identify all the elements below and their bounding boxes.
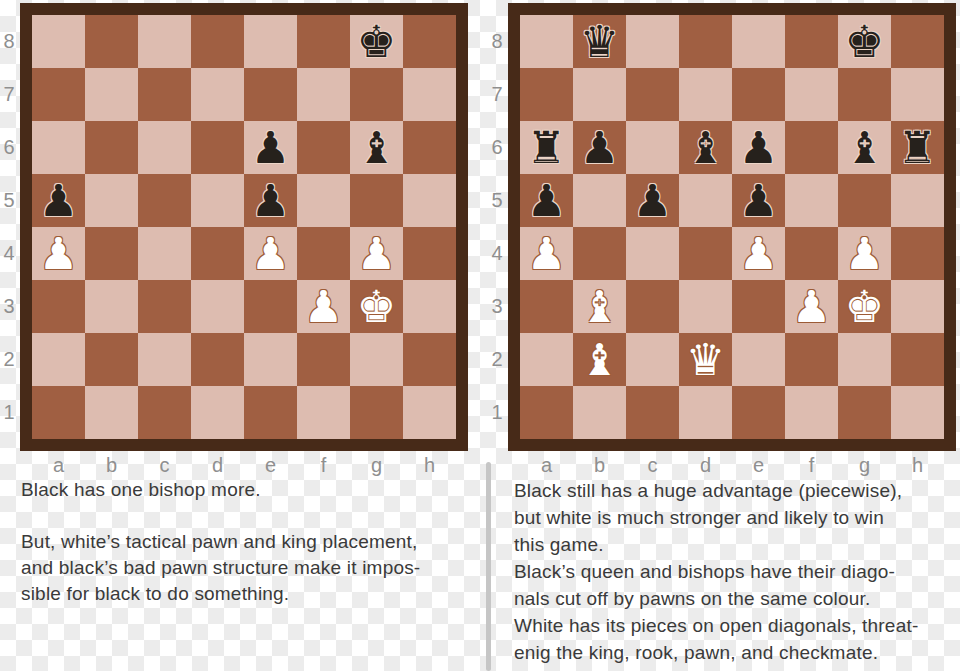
square-g8[interactable]: ♚ bbox=[838, 15, 891, 68]
square-f5[interactable] bbox=[785, 174, 838, 227]
square-c1[interactable] bbox=[626, 386, 679, 439]
square-c4[interactable] bbox=[626, 227, 679, 280]
square-g6[interactable]: ♝ bbox=[350, 121, 403, 174]
square-h4[interactable] bbox=[403, 227, 456, 280]
square-a3[interactable] bbox=[32, 280, 85, 333]
rank-label-7: 7 bbox=[488, 68, 506, 121]
square-c2[interactable] bbox=[138, 333, 191, 386]
left-caption: Black has one bishop more. But, white’s … bbox=[21, 477, 420, 607]
square-d8[interactable] bbox=[191, 15, 244, 68]
white-king-g3[interactable]: ♚ bbox=[357, 280, 396, 333]
square-h8[interactable] bbox=[403, 15, 456, 68]
square-b6[interactable]: ♟ bbox=[573, 121, 626, 174]
black-pawn-e6[interactable]: ♟ bbox=[251, 121, 290, 174]
square-g1[interactable] bbox=[350, 386, 403, 439]
white-king-g3[interactable]: ♚ bbox=[845, 280, 884, 333]
file-label-f: f bbox=[297, 454, 350, 476]
black-bishop-d6[interactable]: ♝ bbox=[686, 121, 725, 174]
square-h7[interactable] bbox=[891, 68, 944, 121]
square-e8[interactable] bbox=[732, 15, 785, 68]
square-e6[interactable]: ♟ bbox=[244, 121, 297, 174]
square-a1[interactable] bbox=[520, 386, 573, 439]
square-b7[interactable] bbox=[573, 68, 626, 121]
square-b4[interactable] bbox=[573, 227, 626, 280]
square-b4[interactable] bbox=[85, 227, 138, 280]
square-c7[interactable] bbox=[138, 68, 191, 121]
rank-label-4: 4 bbox=[0, 227, 18, 280]
square-d3[interactable] bbox=[679, 280, 732, 333]
file-labels-left: abcdefgh bbox=[32, 454, 456, 476]
square-a2[interactable] bbox=[520, 333, 573, 386]
square-c6[interactable] bbox=[138, 121, 191, 174]
square-d4[interactable] bbox=[679, 227, 732, 280]
square-d7[interactable] bbox=[191, 68, 244, 121]
page: 87654321 ♚♟♝♟♟♟♟♟♟♚ abcdefgh Black has o… bbox=[0, 0, 960, 671]
black-queen-b8[interactable]: ♛ bbox=[580, 15, 619, 68]
square-d8[interactable] bbox=[679, 15, 732, 68]
file-label-h: h bbox=[891, 454, 944, 476]
square-h8[interactable] bbox=[891, 15, 944, 68]
square-g2[interactable] bbox=[350, 333, 403, 386]
square-c5[interactable] bbox=[138, 174, 191, 227]
black-pawn-b6[interactable]: ♟ bbox=[580, 121, 619, 174]
square-d6[interactable] bbox=[191, 121, 244, 174]
square-c3[interactable] bbox=[626, 280, 679, 333]
rank-label-3: 3 bbox=[488, 280, 506, 333]
square-e2[interactable] bbox=[732, 333, 785, 386]
square-e3[interactable] bbox=[732, 280, 785, 333]
square-g4[interactable]: ♟ bbox=[350, 227, 403, 280]
file-label-a: a bbox=[32, 454, 85, 476]
rank-label-6: 6 bbox=[0, 121, 18, 174]
square-h6[interactable] bbox=[403, 121, 456, 174]
white-pawn-a4[interactable]: ♟ bbox=[39, 227, 78, 280]
black-pawn-c5[interactable]: ♟ bbox=[633, 174, 672, 227]
square-d6[interactable]: ♝ bbox=[679, 121, 732, 174]
square-a3[interactable] bbox=[520, 280, 573, 333]
square-c1[interactable] bbox=[138, 386, 191, 439]
square-h1[interactable] bbox=[403, 386, 456, 439]
square-g2[interactable] bbox=[838, 333, 891, 386]
rank-label-1: 1 bbox=[488, 386, 506, 439]
black-pawn-e6[interactable]: ♟ bbox=[739, 121, 778, 174]
square-b7[interactable] bbox=[85, 68, 138, 121]
square-a5[interactable]: ♟ bbox=[32, 174, 85, 227]
rank-label-6: 6 bbox=[488, 121, 506, 174]
white-pawn-e4[interactable]: ♟ bbox=[739, 227, 778, 280]
square-f7[interactable] bbox=[297, 68, 350, 121]
square-f8[interactable] bbox=[297, 15, 350, 68]
square-a6[interactable]: ♜ bbox=[520, 121, 573, 174]
rank-labels-left: 87654321 bbox=[0, 15, 18, 439]
white-pawn-f3[interactable]: ♟ bbox=[792, 280, 831, 333]
rank-label-7: 7 bbox=[0, 68, 18, 121]
square-b8[interactable] bbox=[85, 15, 138, 68]
square-c3[interactable] bbox=[138, 280, 191, 333]
square-a6[interactable] bbox=[32, 121, 85, 174]
rank-label-5: 5 bbox=[488, 174, 506, 227]
square-g1[interactable] bbox=[838, 386, 891, 439]
square-e7[interactable] bbox=[732, 68, 785, 121]
square-h1[interactable] bbox=[891, 386, 944, 439]
file-label-b: b bbox=[573, 454, 626, 476]
square-a5[interactable]: ♟ bbox=[520, 174, 573, 227]
panel-divider bbox=[486, 462, 491, 671]
square-b6[interactable] bbox=[85, 121, 138, 174]
square-h2[interactable] bbox=[891, 333, 944, 386]
square-h6[interactable]: ♜ bbox=[891, 121, 944, 174]
square-b1[interactable] bbox=[85, 386, 138, 439]
square-e1[interactable] bbox=[732, 386, 785, 439]
black-bishop-g6[interactable]: ♝ bbox=[357, 121, 396, 174]
square-f2[interactable] bbox=[785, 333, 838, 386]
square-e6[interactable]: ♟ bbox=[732, 121, 785, 174]
square-a4[interactable]: ♟ bbox=[520, 227, 573, 280]
square-f5[interactable] bbox=[297, 174, 350, 227]
black-pawn-a5[interactable]: ♟ bbox=[527, 174, 566, 227]
square-a8[interactable] bbox=[520, 15, 573, 68]
black-pawn-e5[interactable]: ♟ bbox=[739, 174, 778, 227]
square-g5[interactable] bbox=[838, 174, 891, 227]
rank-labels-right: 87654321 bbox=[488, 15, 506, 439]
file-label-b: b bbox=[85, 454, 138, 476]
square-g3[interactable]: ♚ bbox=[350, 280, 403, 333]
right-caption: Black still has a huge advantage (piecew… bbox=[514, 477, 918, 666]
square-g7[interactable] bbox=[838, 68, 891, 121]
square-e4[interactable]: ♟ bbox=[732, 227, 785, 280]
square-d2[interactable] bbox=[191, 333, 244, 386]
square-a7[interactable] bbox=[32, 68, 85, 121]
file-labels-right: abcdefgh bbox=[520, 454, 944, 476]
square-b5[interactable] bbox=[85, 174, 138, 227]
square-b2[interactable] bbox=[85, 333, 138, 386]
square-c7[interactable] bbox=[626, 68, 679, 121]
file-label-d: d bbox=[191, 454, 244, 476]
black-pawn-e5[interactable]: ♟ bbox=[251, 174, 290, 227]
rank-label-1: 1 bbox=[0, 386, 18, 439]
square-b1[interactable] bbox=[573, 386, 626, 439]
black-king-g8[interactable]: ♚ bbox=[357, 15, 396, 68]
rank-label-8: 8 bbox=[488, 15, 506, 68]
file-label-g: g bbox=[838, 454, 891, 476]
white-pawn-f3[interactable]: ♟ bbox=[304, 280, 343, 333]
square-h5[interactable] bbox=[403, 174, 456, 227]
black-pawn-a5[interactable]: ♟ bbox=[39, 174, 78, 227]
square-e4[interactable]: ♟ bbox=[244, 227, 297, 280]
square-h7[interactable] bbox=[403, 68, 456, 121]
square-e5[interactable]: ♟ bbox=[732, 174, 785, 227]
chess-board-right[interactable]: ♛♚♜♟♝♟♝♜♟♟♟♟♟♟♝♟♚♝♛ bbox=[508, 3, 956, 451]
rank-label-4: 4 bbox=[488, 227, 506, 280]
square-c5[interactable]: ♟ bbox=[626, 174, 679, 227]
square-e2[interactable] bbox=[244, 333, 297, 386]
rank-label-8: 8 bbox=[0, 15, 18, 68]
black-rook-a6[interactable]: ♜ bbox=[527, 121, 566, 174]
square-e7[interactable] bbox=[244, 68, 297, 121]
square-d2[interactable]: ♛ bbox=[679, 333, 732, 386]
square-g8[interactable]: ♚ bbox=[350, 15, 403, 68]
file-label-a: a bbox=[520, 454, 573, 476]
square-h4[interactable] bbox=[891, 227, 944, 280]
square-e1[interactable] bbox=[244, 386, 297, 439]
square-a7[interactable] bbox=[520, 68, 573, 121]
square-f7[interactable] bbox=[785, 68, 838, 121]
file-label-c: c bbox=[138, 454, 191, 476]
white-pawn-e4[interactable]: ♟ bbox=[251, 227, 290, 280]
square-g4[interactable]: ♟ bbox=[838, 227, 891, 280]
white-pawn-g4[interactable]: ♟ bbox=[357, 227, 396, 280]
square-f3[interactable]: ♟ bbox=[785, 280, 838, 333]
square-g6[interactable]: ♝ bbox=[838, 121, 891, 174]
square-h3[interactable] bbox=[403, 280, 456, 333]
square-d3[interactable] bbox=[191, 280, 244, 333]
square-f4[interactable] bbox=[297, 227, 350, 280]
square-h2[interactable] bbox=[403, 333, 456, 386]
square-f3[interactable]: ♟ bbox=[297, 280, 350, 333]
square-d1[interactable] bbox=[679, 386, 732, 439]
square-c4[interactable] bbox=[138, 227, 191, 280]
square-a2[interactable] bbox=[32, 333, 85, 386]
rank-label-5: 5 bbox=[0, 174, 18, 227]
square-c2[interactable] bbox=[626, 333, 679, 386]
square-f2[interactable] bbox=[297, 333, 350, 386]
square-b2[interactable]: ♝ bbox=[573, 333, 626, 386]
square-d5[interactable] bbox=[679, 174, 732, 227]
white-pawn-g4[interactable]: ♟ bbox=[845, 227, 884, 280]
square-c6[interactable] bbox=[626, 121, 679, 174]
white-pawn-a4[interactable]: ♟ bbox=[527, 227, 566, 280]
square-f6[interactable] bbox=[297, 121, 350, 174]
square-b8[interactable]: ♛ bbox=[573, 15, 626, 68]
white-bishop-b2[interactable]: ♝ bbox=[580, 333, 619, 386]
chess-board-left[interactable]: ♚♟♝♟♟♟♟♟♟♚ bbox=[20, 3, 468, 451]
square-b3[interactable] bbox=[85, 280, 138, 333]
square-c8[interactable] bbox=[626, 15, 679, 68]
file-label-e: e bbox=[732, 454, 785, 476]
square-g3[interactable]: ♚ bbox=[838, 280, 891, 333]
black-bishop-g6[interactable]: ♝ bbox=[845, 121, 884, 174]
file-label-h: h bbox=[403, 454, 456, 476]
file-label-e: e bbox=[244, 454, 297, 476]
square-f1[interactable] bbox=[785, 386, 838, 439]
square-d7[interactable] bbox=[679, 68, 732, 121]
file-label-g: g bbox=[350, 454, 403, 476]
square-d4[interactable] bbox=[191, 227, 244, 280]
square-d1[interactable] bbox=[191, 386, 244, 439]
square-f4[interactable] bbox=[785, 227, 838, 280]
square-d5[interactable] bbox=[191, 174, 244, 227]
square-f8[interactable] bbox=[785, 15, 838, 68]
square-h3[interactable] bbox=[891, 280, 944, 333]
square-b3[interactable]: ♝ bbox=[573, 280, 626, 333]
file-label-c: c bbox=[626, 454, 679, 476]
square-e8[interactable] bbox=[244, 15, 297, 68]
square-b5[interactable] bbox=[573, 174, 626, 227]
white-bishop-b3[interactable]: ♝ bbox=[580, 280, 619, 333]
square-a4[interactable]: ♟ bbox=[32, 227, 85, 280]
square-h5[interactable] bbox=[891, 174, 944, 227]
rank-label-2: 2 bbox=[488, 333, 506, 386]
square-g5[interactable] bbox=[350, 174, 403, 227]
square-g7[interactable] bbox=[350, 68, 403, 121]
square-c8[interactable] bbox=[138, 15, 191, 68]
square-f6[interactable] bbox=[785, 121, 838, 174]
file-label-f: f bbox=[785, 454, 838, 476]
rank-label-3: 3 bbox=[0, 280, 18, 333]
file-label-d: d bbox=[679, 454, 732, 476]
square-e5[interactable]: ♟ bbox=[244, 174, 297, 227]
white-queen-d2[interactable]: ♛ bbox=[686, 333, 725, 386]
rank-label-2: 2 bbox=[0, 333, 18, 386]
black-king-g8[interactable]: ♚ bbox=[845, 15, 884, 68]
square-a1[interactable] bbox=[32, 386, 85, 439]
square-e3[interactable] bbox=[244, 280, 297, 333]
black-rook-h6[interactable]: ♜ bbox=[898, 121, 937, 174]
square-a8[interactable] bbox=[32, 15, 85, 68]
square-f1[interactable] bbox=[297, 386, 350, 439]
